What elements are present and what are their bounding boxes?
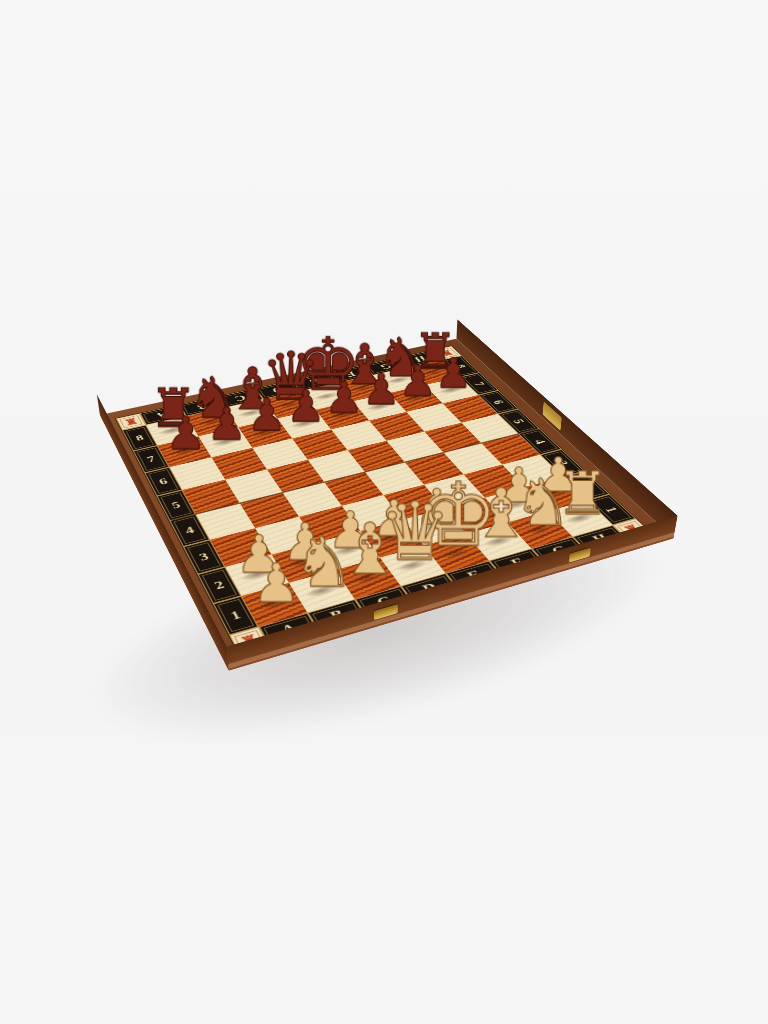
- rook-icon: ♜: [122, 416, 140, 427]
- light-pawn-a1: ♟: [242, 583, 308, 627]
- brass-hinge: [543, 402, 562, 431]
- rook-icon: ♜: [438, 349, 456, 358]
- product-photo: AABBCCDDEEFFGGHH8877665544332211♜♜♜♜ ♜♞♝…: [0, 0, 768, 1024]
- knight-glyph: ♞: [293, 531, 355, 595]
- pawn-glyph: ♟: [252, 558, 300, 607]
